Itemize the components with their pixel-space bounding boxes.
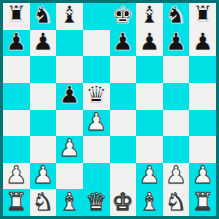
white-pawn-f2: ♟	[139, 163, 161, 187]
square-e8[interactable]: ♚	[110, 3, 137, 30]
square-c1[interactable]: ♝	[56, 189, 83, 216]
square-g7[interactable]: ♟	[163, 30, 190, 57]
black-pawn-b7: ♟	[32, 30, 54, 54]
black-pawn-c5: ♟	[59, 83, 81, 107]
square-e7[interactable]: ♟	[110, 30, 137, 57]
white-pawn-g2: ♟	[165, 163, 187, 187]
square-f3[interactable]	[136, 136, 163, 163]
square-e1[interactable]: ♚	[110, 189, 137, 216]
square-c3[interactable]: ♟	[56, 136, 83, 163]
square-a8[interactable]: ♜	[3, 3, 30, 30]
square-c6[interactable]	[56, 56, 83, 83]
square-f4[interactable]	[136, 110, 163, 137]
square-b3[interactable]	[30, 136, 57, 163]
square-g5[interactable]	[163, 83, 190, 110]
square-b4[interactable]	[30, 110, 57, 137]
square-h5[interactable]	[189, 83, 216, 110]
black-rook-a8: ♜	[6, 3, 28, 27]
square-g2[interactable]: ♟	[163, 163, 190, 190]
square-e6[interactable]	[110, 56, 137, 83]
white-rook-a1: ♜	[6, 190, 28, 214]
square-b1[interactable]: ♞	[30, 189, 57, 216]
square-d4[interactable]: ♟	[83, 110, 110, 137]
square-c2[interactable]	[56, 163, 83, 190]
square-h4[interactable]	[189, 110, 216, 137]
white-pawn-c3: ♟	[59, 136, 81, 160]
chess-board: ♜♞♝♚♝♞♜♟♟♟♟♟♟♟♛♟♟♟♟♟♟♟♜♞♝♛♚♝♞♜	[0, 0, 219, 219]
square-d2[interactable]	[83, 163, 110, 190]
square-a3[interactable]	[3, 136, 30, 163]
black-pawn-h7: ♟	[192, 30, 214, 54]
square-f1[interactable]: ♝	[136, 189, 163, 216]
square-f7[interactable]: ♟	[136, 30, 163, 57]
black-king-e8: ♚	[112, 3, 134, 27]
black-pawn-g7: ♟	[165, 30, 187, 54]
square-d5[interactable]: ♛	[83, 83, 110, 110]
square-h2[interactable]: ♟	[189, 163, 216, 190]
square-f8[interactable]: ♝	[136, 3, 163, 30]
square-d3[interactable]	[83, 136, 110, 163]
white-knight-g1: ♞	[165, 190, 187, 214]
square-c8[interactable]: ♝	[56, 3, 83, 30]
square-f2[interactable]: ♟	[136, 163, 163, 190]
square-h1[interactable]: ♜	[189, 189, 216, 216]
square-g4[interactable]	[163, 110, 190, 137]
square-c5[interactable]: ♟	[56, 83, 83, 110]
square-a4[interactable]	[3, 110, 30, 137]
square-g3[interactable]	[163, 136, 190, 163]
white-bishop-c1: ♝	[59, 190, 81, 214]
square-f6[interactable]	[136, 56, 163, 83]
black-bishop-f8: ♝	[139, 3, 161, 27]
square-g1[interactable]: ♞	[163, 189, 190, 216]
black-pawn-f7: ♟	[139, 30, 161, 54]
square-e4[interactable]	[110, 110, 137, 137]
white-pawn-a2: ♟	[6, 163, 28, 187]
white-pawn-h2: ♟	[192, 163, 214, 187]
square-b7[interactable]: ♟	[30, 30, 57, 57]
black-pawn-a7: ♟	[6, 30, 28, 54]
square-h8[interactable]: ♜	[189, 3, 216, 30]
white-queen-d1: ♛	[85, 190, 107, 214]
square-b2[interactable]: ♟	[30, 163, 57, 190]
black-bishop-c8: ♝	[59, 3, 81, 27]
white-pawn-b2: ♟	[32, 163, 54, 187]
black-rook-h8: ♜	[192, 3, 214, 27]
square-h7[interactable]: ♟	[189, 30, 216, 57]
square-d1[interactable]: ♛	[83, 189, 110, 216]
white-knight-b1: ♞	[32, 190, 54, 214]
black-queen-d5: ♛	[85, 83, 107, 107]
square-g6[interactable]	[163, 56, 190, 83]
black-knight-b8: ♞	[32, 3, 54, 27]
square-f5[interactable]	[136, 83, 163, 110]
square-d6[interactable]	[83, 56, 110, 83]
square-b8[interactable]: ♞	[30, 3, 57, 30]
square-a7[interactable]: ♟	[3, 30, 30, 57]
white-king-e1: ♚	[112, 190, 134, 214]
square-a2[interactable]: ♟	[3, 163, 30, 190]
square-b5[interactable]	[30, 83, 57, 110]
square-c4[interactable]	[56, 110, 83, 137]
black-pawn-e7: ♟	[112, 30, 134, 54]
square-d7[interactable]	[83, 30, 110, 57]
square-a5[interactable]	[3, 83, 30, 110]
white-pawn-d4: ♟	[85, 110, 107, 134]
square-d8[interactable]	[83, 3, 110, 30]
square-a6[interactable]	[3, 56, 30, 83]
square-e3[interactable]	[110, 136, 137, 163]
white-rook-h1: ♜	[192, 190, 214, 214]
square-g8[interactable]: ♞	[163, 3, 190, 30]
square-h6[interactable]	[189, 56, 216, 83]
square-c7[interactable]	[56, 30, 83, 57]
white-bishop-f1: ♝	[139, 190, 161, 214]
square-b6[interactable]	[30, 56, 57, 83]
black-knight-g8: ♞	[165, 3, 187, 27]
square-a1[interactable]: ♜	[3, 189, 30, 216]
square-e5[interactable]	[110, 83, 137, 110]
square-e2[interactable]	[110, 163, 137, 190]
square-h3[interactable]	[189, 136, 216, 163]
